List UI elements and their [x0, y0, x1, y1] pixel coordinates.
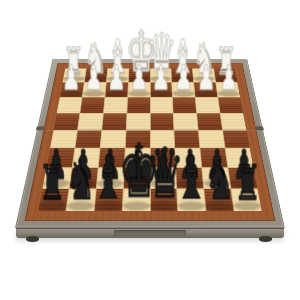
board-foot-left — [26, 236, 39, 242]
square-c6 — [176, 149, 202, 168]
square-b3 — [196, 97, 220, 112]
piece-shadow — [124, 179, 150, 187]
square-f5 — [100, 130, 125, 148]
piece-shadow — [97, 179, 124, 187]
square-g8 — [66, 189, 95, 211]
square-c5 — [175, 130, 200, 148]
square-a3 — [218, 97, 243, 112]
board-scene: ♜♞♝♚♛♝♞♜♟♟♟♟♟♟♟♟♟♟♟♟♟♟♟♟♜♞♝♚♛♝♞♜ — [15, 0, 285, 228]
square-e3 — [127, 97, 150, 112]
piece-shadow — [150, 179, 176, 187]
board-top: ♜♞♝♚♛♝♞♜♟♟♟♟♟♟♟♟♟♟♟♟♟♟♟♟♜♞♝♚♛♝♞♜ — [15, 59, 285, 228]
square-d5 — [150, 130, 174, 148]
board-foot-right — [259, 236, 272, 242]
square-e5 — [125, 130, 149, 148]
piece-shadow — [203, 179, 230, 187]
piece-shadow — [230, 179, 257, 187]
square-d3 — [150, 97, 173, 112]
square-g6 — [72, 149, 99, 168]
square-e6 — [124, 149, 149, 168]
square-b8 — [205, 189, 234, 211]
square-f8 — [94, 189, 122, 211]
square-c8 — [177, 189, 205, 211]
square-h3 — [57, 97, 82, 112]
square-f3 — [104, 97, 127, 112]
piece-shadow — [177, 179, 204, 187]
square-h8 — [38, 189, 68, 211]
square-h6 — [46, 149, 74, 168]
square-a5 — [223, 130, 250, 148]
square-e8 — [122, 189, 149, 211]
chess-set-photo[interactable]: ♜♞♝♚♛♝♞♜♟♟♟♟♟♟♟♟♟♟♟♟♟♟♟♟♜♞♝♚♛♝♞♜ — [0, 0, 300, 300]
board-front-edge — [16, 228, 284, 238]
piece-shadow — [128, 91, 150, 97]
square-h5 — [50, 130, 77, 148]
square-g5 — [75, 130, 101, 148]
square-c3 — [173, 97, 196, 112]
square-d8 — [150, 189, 177, 211]
square-g3 — [80, 97, 104, 112]
square-b5 — [199, 130, 225, 148]
square-d6 — [150, 149, 175, 168]
square-b6 — [201, 149, 228, 168]
square-f6 — [98, 149, 124, 168]
front-latch — [114, 230, 186, 236]
square-a6 — [226, 149, 254, 168]
square-a8 — [232, 189, 262, 211]
